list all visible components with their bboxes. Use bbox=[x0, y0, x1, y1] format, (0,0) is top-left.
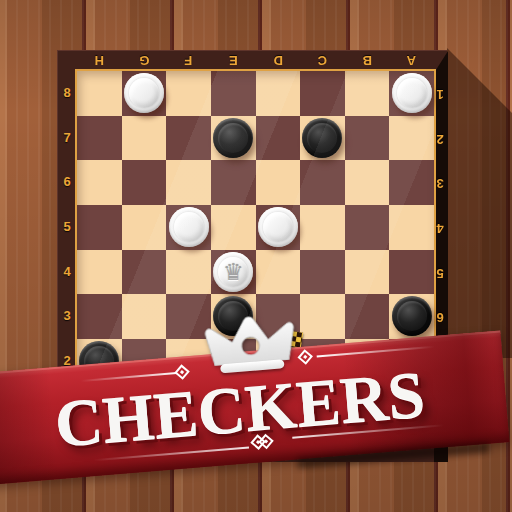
square-D6[interactable] bbox=[256, 160, 301, 205]
square-H8[interactable] bbox=[77, 71, 122, 116]
piece-white-man-A8[interactable] bbox=[392, 73, 432, 113]
square-H4[interactable] bbox=[77, 250, 122, 295]
piece-white-man-D5[interactable] bbox=[258, 207, 298, 247]
square-C4[interactable] bbox=[300, 250, 345, 295]
file-label-H: H bbox=[77, 50, 122, 71]
rank-label-right-2: 2 bbox=[433, 116, 447, 161]
crown-logo bbox=[203, 311, 297, 376]
square-D4[interactable] bbox=[256, 250, 301, 295]
square-E8[interactable] bbox=[211, 71, 256, 116]
piece-black-man-A3[interactable] bbox=[392, 296, 432, 336]
rank-label-right-5: 5 bbox=[433, 250, 447, 295]
rank-label-right-6: 6 bbox=[433, 294, 447, 339]
piece-white-king-E4[interactable]: ♛ bbox=[213, 252, 253, 292]
file-label-G: G bbox=[122, 50, 167, 71]
square-G5[interactable] bbox=[122, 205, 167, 250]
square-A4[interactable] bbox=[389, 250, 434, 295]
checkers-splash-screen: CHECKERS HGFEDCBA8765432112345678♛ bbox=[0, 0, 512, 512]
square-C6[interactable] bbox=[300, 160, 345, 205]
piece-white-man-G8[interactable] bbox=[124, 73, 164, 113]
square-B6[interactable] bbox=[345, 160, 390, 205]
piece-black-man-E7[interactable] bbox=[213, 118, 253, 158]
rank-label-left-6: 6 bbox=[57, 160, 77, 205]
file-label-D: D bbox=[256, 50, 301, 71]
square-B5[interactable] bbox=[345, 205, 390, 250]
square-A5[interactable] bbox=[389, 205, 434, 250]
square-H3[interactable] bbox=[77, 294, 122, 339]
rank-label-left-3: 3 bbox=[57, 294, 77, 339]
square-H7[interactable] bbox=[77, 116, 122, 161]
rank-label-left-7: 7 bbox=[57, 116, 77, 161]
rank-label-right-4: 4 bbox=[433, 205, 447, 250]
game-title: CHECKERS bbox=[0, 354, 508, 463]
rank-label-right-1: 1 bbox=[433, 71, 447, 116]
rank-label-left-4: 4 bbox=[57, 250, 77, 295]
square-A6[interactable] bbox=[389, 160, 434, 205]
square-F7[interactable] bbox=[166, 116, 211, 161]
piece-white-man-F5[interactable] bbox=[169, 207, 209, 247]
square-C5[interactable] bbox=[300, 205, 345, 250]
file-label-C: C bbox=[300, 50, 345, 71]
file-label-E: E bbox=[211, 50, 256, 71]
square-B3[interactable] bbox=[345, 294, 390, 339]
file-label-A: A bbox=[389, 50, 434, 71]
file-label-F: F bbox=[166, 50, 211, 71]
square-B8[interactable] bbox=[345, 71, 390, 116]
square-D7[interactable] bbox=[256, 116, 301, 161]
ornament-line-top-right bbox=[317, 346, 435, 358]
square-C3[interactable] bbox=[300, 294, 345, 339]
square-E6[interactable] bbox=[211, 160, 256, 205]
square-H5[interactable] bbox=[77, 205, 122, 250]
square-G6[interactable] bbox=[122, 160, 167, 205]
square-D8[interactable] bbox=[256, 71, 301, 116]
file-label-B: B bbox=[345, 50, 390, 71]
square-F8[interactable] bbox=[166, 71, 211, 116]
square-G4[interactable] bbox=[122, 250, 167, 295]
diamond-ornament-top-right bbox=[297, 349, 313, 365]
square-H6[interactable] bbox=[77, 160, 122, 205]
king-crown-icon: ♛ bbox=[213, 252, 253, 292]
square-G7[interactable] bbox=[122, 116, 167, 161]
square-F4[interactable] bbox=[166, 250, 211, 295]
crown-icon bbox=[203, 311, 297, 366]
square-E5[interactable] bbox=[211, 205, 256, 250]
rank-label-right-3: 3 bbox=[433, 160, 447, 205]
square-B4[interactable] bbox=[345, 250, 390, 295]
square-F6[interactable] bbox=[166, 160, 211, 205]
square-A7[interactable] bbox=[389, 116, 434, 161]
rank-label-left-5: 5 bbox=[57, 205, 77, 250]
rank-label-left-8: 8 bbox=[57, 71, 77, 116]
square-G3[interactable] bbox=[122, 294, 167, 339]
square-B7[interactable] bbox=[345, 116, 390, 161]
square-C8[interactable] bbox=[300, 71, 345, 116]
